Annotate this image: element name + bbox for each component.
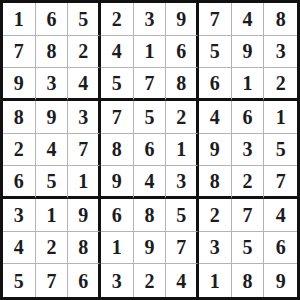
cell-r8c5[interactable]: 9 [134, 232, 167, 265]
cell-r5c9[interactable]: 5 [264, 134, 297, 167]
cell-r3c1[interactable]: 9 [3, 68, 36, 101]
cell-r2c5[interactable]: 1 [134, 36, 167, 69]
cell-r4c8[interactable]: 6 [232, 101, 265, 134]
cell-r1c8[interactable]: 4 [232, 3, 265, 36]
cell-r2c1[interactable]: 7 [3, 36, 36, 69]
cell-r3c5[interactable]: 7 [134, 68, 167, 101]
cell-r6c9[interactable]: 7 [264, 166, 297, 199]
cell-r6c3[interactable]: 1 [68, 166, 101, 199]
cell-r4c9[interactable]: 1 [264, 101, 297, 134]
cell-r6c8[interactable]: 2 [232, 166, 265, 199]
cell-r9c9[interactable]: 9 [264, 264, 297, 297]
cell-r4c3[interactable]: 3 [68, 101, 101, 134]
cell-r3c3[interactable]: 4 [68, 68, 101, 101]
sudoku-board: 1652397487824165939345786128937524612478… [0, 0, 300, 300]
cell-r3c7[interactable]: 6 [199, 68, 232, 101]
cell-r7c9[interactable]: 4 [264, 199, 297, 232]
cell-r7c1[interactable]: 3 [3, 199, 36, 232]
cell-r8c8[interactable]: 5 [232, 232, 265, 265]
cell-r5c7[interactable]: 9 [199, 134, 232, 167]
cell-r7c5[interactable]: 8 [134, 199, 167, 232]
cell-r9c5[interactable]: 2 [134, 264, 167, 297]
cell-r1c1[interactable]: 1 [3, 3, 36, 36]
cell-r2c9[interactable]: 3 [264, 36, 297, 69]
cell-r6c2[interactable]: 5 [36, 166, 69, 199]
cell-r5c4[interactable]: 8 [101, 134, 134, 167]
cell-r3c8[interactable]: 1 [232, 68, 265, 101]
cell-r2c3[interactable]: 2 [68, 36, 101, 69]
cell-r5c5[interactable]: 6 [134, 134, 167, 167]
cell-r1c6[interactable]: 9 [166, 3, 199, 36]
cell-r4c5[interactable]: 5 [134, 101, 167, 134]
cell-r2c8[interactable]: 9 [232, 36, 265, 69]
cell-r3c9[interactable]: 2 [264, 68, 297, 101]
cell-r1c4[interactable]: 2 [101, 3, 134, 36]
cell-r1c2[interactable]: 6 [36, 3, 69, 36]
cell-r4c6[interactable]: 2 [166, 101, 199, 134]
cell-r4c7[interactable]: 4 [199, 101, 232, 134]
cell-r6c7[interactable]: 8 [199, 166, 232, 199]
cell-r7c7[interactable]: 2 [199, 199, 232, 232]
cell-r5c8[interactable]: 3 [232, 134, 265, 167]
cell-r5c3[interactable]: 7 [68, 134, 101, 167]
cell-r2c4[interactable]: 4 [101, 36, 134, 69]
cell-r8c4[interactable]: 1 [101, 232, 134, 265]
cell-r1c9[interactable]: 8 [264, 3, 297, 36]
cell-r9c3[interactable]: 6 [68, 264, 101, 297]
cell-r5c2[interactable]: 4 [36, 134, 69, 167]
cell-r8c3[interactable]: 8 [68, 232, 101, 265]
cell-r5c6[interactable]: 1 [166, 134, 199, 167]
cell-r9c4[interactable]: 3 [101, 264, 134, 297]
cell-r8c1[interactable]: 4 [3, 232, 36, 265]
cell-r8c7[interactable]: 3 [199, 232, 232, 265]
cell-r2c2[interactable]: 8 [36, 36, 69, 69]
cell-r4c4[interactable]: 7 [101, 101, 134, 134]
cell-r7c2[interactable]: 1 [36, 199, 69, 232]
cell-r6c1[interactable]: 6 [3, 166, 36, 199]
cell-r8c2[interactable]: 2 [36, 232, 69, 265]
cell-r3c6[interactable]: 8 [166, 68, 199, 101]
cell-r1c3[interactable]: 5 [68, 3, 101, 36]
cell-r7c3[interactable]: 9 [68, 199, 101, 232]
cell-r5c1[interactable]: 2 [3, 134, 36, 167]
cell-r7c4[interactable]: 6 [101, 199, 134, 232]
cell-r4c1[interactable]: 8 [3, 101, 36, 134]
cell-r6c4[interactable]: 9 [101, 166, 134, 199]
cell-r2c7[interactable]: 5 [199, 36, 232, 69]
cell-r4c2[interactable]: 9 [36, 101, 69, 134]
cell-r1c5[interactable]: 3 [134, 3, 167, 36]
cell-r8c9[interactable]: 6 [264, 232, 297, 265]
cell-r3c2[interactable]: 3 [36, 68, 69, 101]
cell-r1c7[interactable]: 7 [199, 3, 232, 36]
cell-r7c6[interactable]: 5 [166, 199, 199, 232]
cell-r9c2[interactable]: 7 [36, 264, 69, 297]
cell-r9c8[interactable]: 8 [232, 264, 265, 297]
cell-r6c6[interactable]: 3 [166, 166, 199, 199]
cell-r6c5[interactable]: 4 [134, 166, 167, 199]
cell-r2c6[interactable]: 6 [166, 36, 199, 69]
cell-r9c1[interactable]: 5 [3, 264, 36, 297]
cell-r7c8[interactable]: 7 [232, 199, 265, 232]
cell-r8c6[interactable]: 7 [166, 232, 199, 265]
cell-r3c4[interactable]: 5 [101, 68, 134, 101]
cell-r9c7[interactable]: 1 [199, 264, 232, 297]
cell-r9c6[interactable]: 4 [166, 264, 199, 297]
